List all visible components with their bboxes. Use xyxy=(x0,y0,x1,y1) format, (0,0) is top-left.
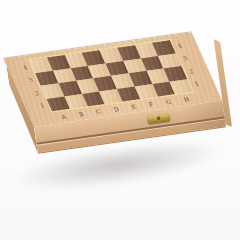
file-label: G xyxy=(165,98,172,104)
rank-label: 4 xyxy=(22,64,28,70)
rank-label: 1 xyxy=(39,103,45,109)
rank-label: 1 xyxy=(194,81,200,87)
rank-label: 4 xyxy=(176,43,182,49)
rank-label: 3 xyxy=(182,55,188,61)
rank-label: 2 xyxy=(33,90,39,96)
brass-clasp-icon[interactable] xyxy=(147,113,171,124)
file-label: F xyxy=(147,101,154,107)
file-label: C xyxy=(95,108,102,114)
file-label: A xyxy=(60,113,67,119)
chess-box[interactable]: 4321 4321 ABCDEFGH xyxy=(24,29,226,152)
rank-label: 2 xyxy=(188,68,194,74)
product-photo: 4321 4321 ABCDEFGH xyxy=(0,0,240,240)
file-label: B xyxy=(77,111,84,117)
file-label: H xyxy=(182,96,190,102)
file-label: D xyxy=(112,106,119,112)
file-label: E xyxy=(130,103,137,109)
rank-label: 3 xyxy=(28,77,34,83)
